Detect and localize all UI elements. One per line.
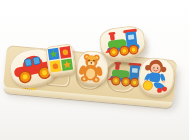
train-artwork	[100, 26, 145, 59]
piece-train[interactable]	[98, 24, 146, 60]
doll-artwork	[139, 58, 175, 95]
puzzle-photo-stage	[0, 0, 189, 140]
piece-block[interactable]	[45, 43, 76, 75]
block-artwork	[46, 45, 74, 75]
piece-doll[interactable]	[137, 56, 176, 96]
